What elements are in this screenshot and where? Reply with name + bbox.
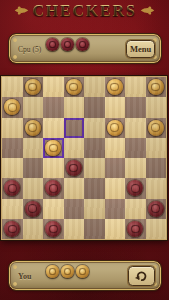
square-r5c1	[2, 158, 23, 178]
gold-piece[interactable]	[66, 79, 82, 95]
square-r3c5	[84, 118, 105, 138]
square-r3c4[interactable]	[64, 118, 85, 138]
captured-maroon-piece	[46, 38, 59, 51]
gold-piece[interactable]	[107, 79, 123, 95]
square-r4c7[interactable]	[125, 138, 146, 158]
maroon-piece[interactable]	[4, 221, 20, 237]
square-r8c2	[23, 219, 44, 239]
square-r4c3[interactable]	[43, 138, 64, 158]
square-r7c2[interactable]	[23, 199, 44, 219]
square-r4c1[interactable]	[2, 138, 23, 158]
square-r4c8	[146, 138, 167, 158]
square-r2c3[interactable]	[43, 97, 64, 117]
square-r8c1[interactable]	[2, 219, 23, 239]
square-r4c2	[23, 138, 44, 158]
square-r8c3[interactable]	[43, 219, 64, 239]
square-r1c1	[2, 77, 23, 97]
maroon-piece[interactable]	[148, 201, 164, 217]
undo-button[interactable]	[128, 266, 155, 286]
you-captured-row	[46, 265, 89, 278]
square-r6c5[interactable]	[84, 178, 105, 198]
square-r1c8[interactable]	[146, 77, 167, 97]
square-r6c6	[105, 178, 126, 198]
square-r6c7[interactable]	[125, 178, 146, 198]
square-r6c4	[64, 178, 85, 198]
square-r2c7[interactable]	[125, 97, 146, 117]
square-r1c3	[43, 77, 64, 97]
square-r5c6[interactable]	[105, 158, 126, 178]
gold-piece[interactable]	[25, 120, 41, 136]
maroon-piece[interactable]	[66, 160, 82, 176]
square-r6c3[interactable]	[43, 178, 64, 198]
maroon-piece[interactable]	[127, 180, 143, 196]
square-r3c1	[2, 118, 23, 138]
captured-maroon-piece	[61, 38, 74, 51]
maroon-piece[interactable]	[25, 201, 41, 217]
square-r1c6[interactable]	[105, 77, 126, 97]
maroon-piece[interactable]	[127, 221, 143, 237]
gold-piece[interactable]	[148, 79, 164, 95]
square-r1c2[interactable]	[23, 77, 44, 97]
fleur-de-lis-right-icon	[140, 5, 155, 16]
maroon-piece[interactable]	[4, 180, 20, 196]
square-r4c5[interactable]	[84, 138, 105, 158]
square-r3c3	[43, 118, 64, 138]
square-r1c4[interactable]	[64, 77, 85, 97]
square-r6c1[interactable]	[2, 178, 23, 198]
cpu-captured-row	[46, 38, 89, 51]
square-r2c4	[64, 97, 85, 117]
gold-piece[interactable]	[148, 120, 164, 136]
maroon-piece[interactable]	[45, 180, 61, 196]
board-frame	[1, 76, 167, 240]
captured-maroon-piece	[76, 38, 89, 51]
gold-piece[interactable]	[4, 99, 20, 115]
square-r5c5	[84, 158, 105, 178]
square-r5c7	[125, 158, 146, 178]
square-r5c4[interactable]	[64, 158, 85, 178]
square-r2c1[interactable]	[2, 97, 23, 117]
square-r4c4	[64, 138, 85, 158]
captured-gold-piece	[46, 265, 59, 278]
you-player-bar: You	[9, 261, 161, 290]
square-r8c8	[146, 219, 167, 239]
captured-gold-piece	[61, 265, 74, 278]
square-r5c3	[43, 158, 64, 178]
menu-button-label: Menu	[130, 44, 151, 54]
square-r7c4[interactable]	[64, 199, 85, 219]
square-r2c5[interactable]	[84, 97, 105, 117]
square-r3c8[interactable]	[146, 118, 167, 138]
square-r3c7	[125, 118, 146, 138]
cpu-player-label: Cpu (5)	[18, 44, 41, 53]
square-r7c1	[2, 199, 23, 219]
square-r8c6	[105, 219, 126, 239]
menu-button[interactable]: Menu	[126, 40, 155, 58]
title-row: CHECKERS	[0, 1, 169, 20]
captured-gold-piece	[76, 265, 89, 278]
gold-piece[interactable]	[25, 79, 41, 95]
square-r5c2[interactable]	[23, 158, 44, 178]
gold-piece[interactable]	[45, 140, 61, 156]
square-r7c5	[84, 199, 105, 219]
square-r7c7	[125, 199, 146, 219]
square-r2c6	[105, 97, 126, 117]
maroon-piece[interactable]	[45, 221, 61, 237]
square-r6c8	[146, 178, 167, 198]
square-r2c2	[23, 97, 44, 117]
square-r8c5[interactable]	[84, 219, 105, 239]
square-r8c7[interactable]	[125, 219, 146, 239]
undo-arrow-icon	[134, 270, 149, 282]
gold-piece[interactable]	[107, 120, 123, 136]
square-r8c4	[64, 219, 85, 239]
square-r3c6[interactable]	[105, 118, 126, 138]
square-r6c2	[23, 178, 44, 198]
square-r4c6	[105, 138, 126, 158]
app-background: CHECKERS Cpu (5) Menu You	[0, 0, 169, 300]
square-r7c3	[43, 199, 64, 219]
square-r5c8[interactable]	[146, 158, 167, 178]
square-r1c5	[84, 77, 105, 97]
square-r2c8	[146, 97, 167, 117]
square-r7c8[interactable]	[146, 199, 167, 219]
game-title: CHECKERS	[32, 2, 136, 20]
checkers-board	[2, 77, 166, 239]
fleur-de-lis-left-icon	[14, 5, 29, 16]
square-r3c2[interactable]	[23, 118, 44, 138]
square-r7c6[interactable]	[105, 199, 126, 219]
you-player-label: You	[18, 271, 31, 280]
square-r1c7	[125, 77, 146, 97]
cpu-player-bar: Cpu (5) Menu	[9, 34, 161, 63]
